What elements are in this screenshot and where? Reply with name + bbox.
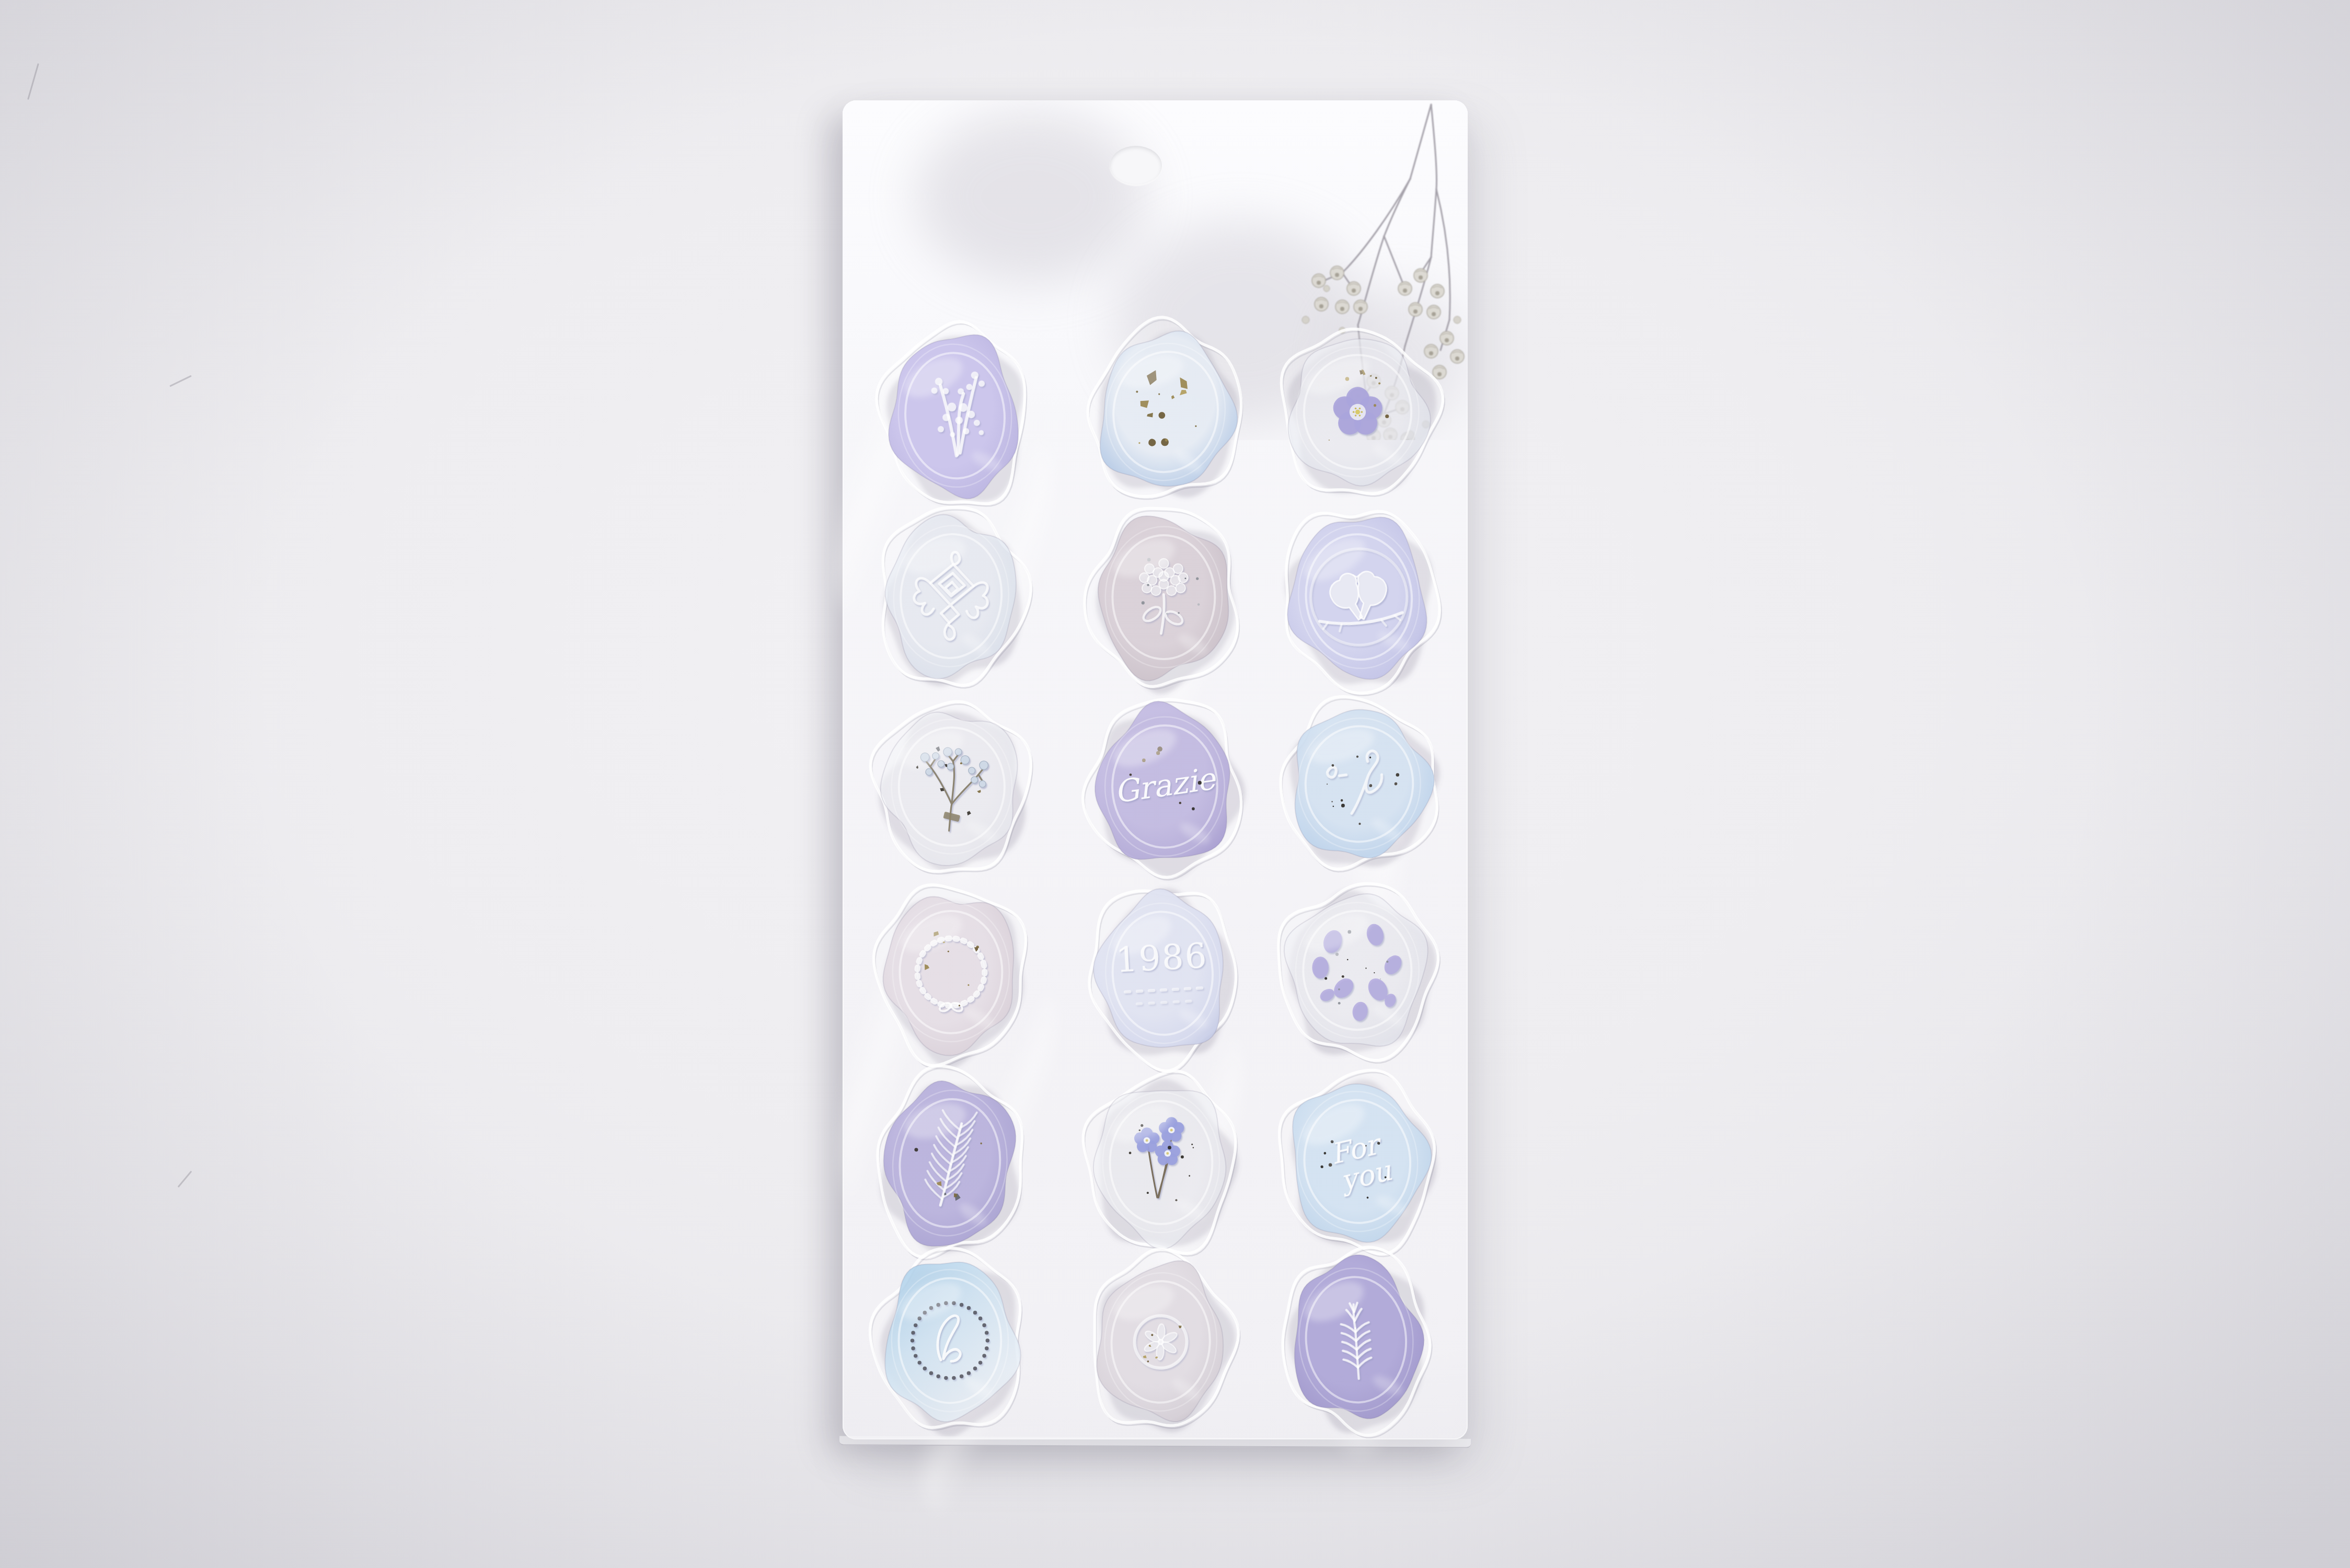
backdrop-scratch — [27, 63, 39, 100]
wax-seal-sticker-clear-pressed-flower — [1266, 315, 1449, 510]
wax-seal-sticker-clear-lilac-petals — [1265, 869, 1450, 1072]
backdrop-scratch — [177, 1171, 192, 1188]
wax-seal-sticker-greige-hydrangea — [1076, 491, 1251, 703]
wax-seal-sticker-periwinkle-1986: 1986 — [1072, 864, 1253, 1083]
sticker-sheet: Grazie1986Foryou — [843, 100, 1468, 1439]
wax-seal-sticker-blue-script-squiggle — [1261, 679, 1458, 889]
seal-grid: Grazie1986Foryou — [843, 100, 1468, 1439]
wax-seal-sticker-mauve-laurel-wreath — [863, 868, 1039, 1077]
wax-seal-sticker-greige-floral-medallion — [1072, 1233, 1250, 1449]
photo-stage: Grazie1986Foryou — [0, 0, 2350, 1568]
wax-seal-sticker-blue-gradient-monogram — [862, 1234, 1038, 1447]
wax-seal-sticker-purple-botanical-sprig — [1263, 1227, 1449, 1452]
wax-seal-sticker-periwinkle-lovebirds — [1258, 481, 1460, 713]
wax-seal-sticker-icy-knot-flourish — [858, 485, 1045, 708]
backdrop-scratch — [169, 375, 192, 387]
wax-seal-sticker-clear-gypsophila — [861, 686, 1042, 887]
wax-seal-sticker-lilac-grazie-script: Grazie — [1075, 682, 1254, 891]
